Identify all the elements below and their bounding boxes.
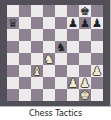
square-d1[interactable]: [43, 89, 55, 101]
square-f5[interactable]: [67, 41, 79, 53]
square-b7[interactable]: [19, 17, 31, 29]
square-a4[interactable]: [7, 53, 19, 65]
square-h3[interactable]: ♟: [91, 65, 103, 77]
square-d8[interactable]: [43, 5, 55, 17]
square-d4[interactable]: ♞: [43, 53, 55, 65]
square-a7[interactable]: ♛: [7, 17, 19, 29]
square-e2[interactable]: [55, 77, 67, 89]
square-c2[interactable]: [31, 77, 43, 89]
square-b3[interactable]: [19, 65, 31, 77]
square-f2[interactable]: ♟: [67, 77, 79, 89]
square-c8[interactable]: [31, 5, 43, 17]
piece-white-king[interactable]: ♚: [79, 89, 91, 101]
square-e8[interactable]: [55, 5, 67, 17]
square-e4[interactable]: [55, 53, 67, 65]
piece-white-pawn[interactable]: ♟: [67, 77, 79, 89]
caption: Chess Tactics: [0, 107, 111, 120]
piece-white-pawn[interactable]: ♟: [91, 65, 103, 77]
square-h2[interactable]: [91, 77, 103, 89]
piece-white-bishop[interactable]: ♝: [31, 65, 43, 77]
square-g1[interactable]: ♚: [79, 89, 91, 101]
square-e5[interactable]: ♞: [55, 41, 67, 53]
square-g7[interactable]: ♟: [79, 17, 91, 29]
board-frame: ♚♛♟♟♟♞♞♝♟♟♟♚: [0, 0, 111, 107]
square-h5[interactable]: [91, 41, 103, 53]
square-b8[interactable]: [19, 5, 31, 17]
square-a5[interactable]: [7, 41, 19, 53]
square-f7[interactable]: ♟: [67, 17, 79, 29]
piece-black-pawn[interactable]: ♟: [79, 17, 91, 29]
piece-black-queen[interactable]: ♛: [7, 17, 19, 29]
square-b1[interactable]: [19, 89, 31, 101]
square-g4[interactable]: [79, 53, 91, 65]
square-c6[interactable]: [31, 29, 43, 41]
piece-black-knight[interactable]: ♞: [55, 41, 67, 53]
piece-black-pawn[interactable]: ♟: [91, 17, 103, 29]
square-h6[interactable]: [91, 29, 103, 41]
square-a2[interactable]: [7, 77, 19, 89]
square-e7[interactable]: [55, 17, 67, 29]
square-g6[interactable]: [79, 29, 91, 41]
square-a6[interactable]: [7, 29, 19, 41]
chess-tactics-widget: ♚♛♟♟♟♞♞♝♟♟♟♚ Chess Tactics: [0, 0, 111, 120]
square-d3[interactable]: [43, 65, 55, 77]
square-b4[interactable]: [19, 53, 31, 65]
chess-board[interactable]: ♚♛♟♟♟♞♞♝♟♟♟♚: [7, 5, 103, 101]
square-c1[interactable]: [31, 89, 43, 101]
square-b2[interactable]: [19, 77, 31, 89]
square-h1[interactable]: [91, 89, 103, 101]
square-h7[interactable]: ♟: [91, 17, 103, 29]
piece-white-knight[interactable]: ♞: [43, 53, 55, 65]
square-e1[interactable]: [55, 89, 67, 101]
square-g5[interactable]: [79, 41, 91, 53]
square-f1[interactable]: [67, 89, 79, 101]
square-a3[interactable]: [7, 65, 19, 77]
square-b6[interactable]: [19, 29, 31, 41]
square-d2[interactable]: [43, 77, 55, 89]
square-c7[interactable]: [31, 17, 43, 29]
square-e3[interactable]: [55, 65, 67, 77]
square-f6[interactable]: [67, 29, 79, 41]
square-d7[interactable]: [43, 17, 55, 29]
square-b5[interactable]: [19, 41, 31, 53]
square-c5[interactable]: [31, 41, 43, 53]
piece-black-pawn[interactable]: ♟: [67, 17, 79, 29]
square-c3[interactable]: ♝: [31, 65, 43, 77]
square-f4[interactable]: [67, 53, 79, 65]
square-d6[interactable]: [43, 29, 55, 41]
square-a1[interactable]: [7, 89, 19, 101]
